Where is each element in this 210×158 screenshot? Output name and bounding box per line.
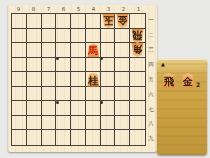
board-cell[interactable]: [56, 14, 71, 29]
hand-item: 飛: [162, 73, 177, 88]
board-cell[interactable]: [71, 14, 86, 29]
board-cell[interactable]: [56, 58, 71, 73]
board-cell[interactable]: [86, 116, 101, 131]
board-cell[interactable]: [86, 14, 101, 29]
board-cell[interactable]: [130, 116, 145, 131]
board-cell[interactable]: [71, 43, 86, 58]
board-cell[interactable]: [130, 130, 145, 145]
board-cell[interactable]: [27, 14, 42, 29]
board-cell[interactable]: [12, 72, 27, 87]
board-cell[interactable]: [101, 87, 116, 102]
board-cell[interactable]: [115, 58, 130, 73]
board-cell[interactable]: [115, 116, 130, 131]
rank-label: 八: [147, 116, 155, 131]
board-cell[interactable]: [115, 72, 130, 87]
board-cell[interactable]: [101, 72, 116, 87]
hoshi-dot: [100, 101, 103, 104]
rank-label: 五: [147, 72, 155, 87]
board-cell[interactable]: [56, 87, 71, 102]
board-cell[interactable]: [56, 29, 71, 44]
board-cell[interactable]: [130, 72, 145, 87]
hoshi-dot: [56, 101, 59, 104]
board-cell[interactable]: [12, 43, 27, 58]
shogi-app: 987654321 一二三四五六七八九 玉金飛角馬桂 ▲ 飛金2: [0, 0, 210, 158]
board-cell[interactable]: [12, 101, 27, 116]
board-cell[interactable]: [130, 87, 145, 102]
file-label: 7: [41, 6, 56, 13]
rank-label: 三: [147, 43, 155, 58]
shogi-piece-金[interactable]: 金: [181, 73, 195, 88]
board-cell[interactable]: [56, 130, 71, 145]
rank-labels: 一二三四五六七八九: [147, 13, 155, 146]
hand-piece-count: 2: [196, 82, 200, 88]
piece-glyph: 馬: [88, 46, 98, 56]
board-cell[interactable]: [42, 29, 57, 44]
board-cell[interactable]: [101, 101, 116, 116]
piece-glyph: 角: [133, 44, 143, 54]
board-grid: [11, 13, 146, 146]
board-cell[interactable]: [27, 58, 42, 73]
board-cell[interactable]: [86, 87, 101, 102]
sente-marker-icon: ▲: [161, 61, 165, 67]
board-cell[interactable]: [12, 116, 27, 131]
board-cell[interactable]: [56, 72, 71, 87]
piece-glyph: 金: [183, 77, 193, 87]
board-cell[interactable]: [130, 58, 145, 73]
board-cell[interactable]: [115, 29, 130, 44]
file-label: 4: [86, 6, 101, 13]
file-label: 5: [71, 6, 86, 13]
board-cell[interactable]: [42, 43, 57, 58]
board-cell[interactable]: [27, 130, 42, 145]
piece-glyph: 玉: [103, 15, 113, 25]
board-cell[interactable]: [86, 29, 101, 44]
board-cell[interactable]: [115, 87, 130, 102]
board-cell[interactable]: [86, 58, 101, 73]
shogi-piece-飛[interactable]: 飛: [162, 73, 176, 88]
hand-item: 金2: [181, 73, 200, 88]
board-cell[interactable]: [71, 58, 86, 73]
board-cell[interactable]: [56, 43, 71, 58]
board-cell[interactable]: [130, 101, 145, 116]
board-cell[interactable]: [12, 14, 27, 29]
board-cell[interactable]: [27, 29, 42, 44]
board-cell[interactable]: [101, 58, 116, 73]
board-cell[interactable]: [27, 72, 42, 87]
file-labels: 987654321: [11, 6, 146, 13]
hoshi-dot: [56, 57, 59, 60]
board-cell[interactable]: [71, 29, 86, 44]
file-label: 3: [101, 6, 116, 13]
board-cell[interactable]: [27, 116, 42, 131]
board-cell[interactable]: [101, 43, 116, 58]
board-cell[interactable]: [86, 130, 101, 145]
board-cell[interactable]: [42, 14, 57, 29]
board-cell[interactable]: [71, 87, 86, 102]
file-label: 1: [131, 6, 146, 13]
board-cell[interactable]: [101, 130, 116, 145]
file-label: 9: [11, 6, 26, 13]
board-cell[interactable]: [12, 58, 27, 73]
file-label: 6: [56, 6, 71, 13]
komadai-sente: ▲ 飛金2: [157, 59, 207, 155]
board-cell[interactable]: [101, 116, 116, 131]
file-label: 2: [116, 6, 131, 13]
board-cell[interactable]: [42, 72, 57, 87]
board-cell[interactable]: [115, 43, 130, 58]
board-cell[interactable]: [42, 116, 57, 131]
board-cell[interactable]: [27, 87, 42, 102]
rank-label: 一: [147, 13, 155, 28]
rank-label: 二: [147, 28, 155, 43]
rank-label: 七: [147, 102, 155, 117]
board-cell[interactable]: [42, 101, 57, 116]
board-cell[interactable]: [42, 87, 57, 102]
board-cell[interactable]: [101, 29, 116, 44]
rank-label: 四: [147, 57, 155, 72]
rank-label: 六: [147, 87, 155, 102]
file-label: 8: [26, 6, 41, 13]
board-cell[interactable]: [12, 87, 27, 102]
board-cell[interactable]: [12, 29, 27, 44]
piece-glyph: 飛: [164, 77, 174, 87]
shogi-board: 987654321 一二三四五六七八九 玉金飛角馬桂: [8, 5, 157, 152]
board-cell[interactable]: [42, 58, 57, 73]
board-cell[interactable]: [27, 43, 42, 58]
board-cell[interactable]: [130, 14, 145, 29]
sente-hand: 飛金2: [162, 73, 204, 88]
rank-label: 九: [147, 131, 155, 146]
board-cell[interactable]: [115, 101, 130, 116]
piece-glyph: 飛: [133, 30, 143, 40]
board-cell[interactable]: [71, 72, 86, 87]
board-cell[interactable]: [42, 130, 57, 145]
board-cell[interactable]: [71, 101, 86, 116]
board-cell[interactable]: [115, 130, 130, 145]
board-cell[interactable]: [86, 101, 101, 116]
piece-glyph: 金: [118, 15, 128, 25]
board-cell[interactable]: [12, 130, 27, 145]
board-cell[interactable]: [71, 130, 86, 145]
piece-glyph: 桂: [88, 76, 98, 86]
board-cell[interactable]: [56, 116, 71, 131]
board-cell[interactable]: [71, 116, 86, 131]
board-cell[interactable]: [27, 101, 42, 116]
